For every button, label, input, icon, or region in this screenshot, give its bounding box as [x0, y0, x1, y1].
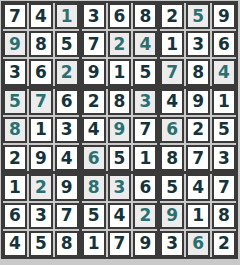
cell-r8c7[interactable]: 9	[160, 203, 184, 229]
cell-r9c1[interactable]: 4	[3, 231, 27, 257]
box-9: 547918362	[160, 174, 236, 257]
cell-r1c9[interactable]: 9	[212, 3, 236, 29]
cell-r7c7[interactable]: 5	[160, 174, 184, 200]
cell-r5c9[interactable]: 5	[212, 117, 236, 143]
cell-r3c9[interactable]: 4	[212, 59, 236, 85]
cell-r7c3[interactable]: 9	[55, 174, 79, 200]
cell-r6c8[interactable]: 7	[186, 145, 210, 171]
cell-r8c8[interactable]: 1	[186, 203, 210, 229]
cell-r6c7[interactable]: 8	[160, 145, 184, 171]
cell-r8c9[interactable]: 8	[212, 203, 236, 229]
cell-r6c3[interactable]: 4	[55, 145, 79, 171]
cell-r3c7[interactable]: 7	[160, 59, 184, 85]
cell-r6c1[interactable]: 2	[3, 145, 27, 171]
box-5: 283497651	[82, 89, 158, 172]
cell-r1c7[interactable]: 2	[160, 3, 184, 29]
cell-r4c4[interactable]: 2	[82, 89, 106, 115]
cell-r1c5[interactable]: 6	[108, 3, 132, 29]
cell-r9c6[interactable]: 9	[133, 231, 157, 257]
cell-r2c7[interactable]: 1	[160, 31, 184, 57]
cell-r2c4[interactable]: 7	[82, 31, 106, 57]
cell-r8c4[interactable]: 5	[82, 203, 106, 229]
cell-r6c6[interactable]: 1	[133, 145, 157, 171]
cell-r5c1[interactable]: 8	[3, 117, 27, 143]
cell-r3c2[interactable]: 6	[29, 59, 53, 85]
sudoku-board: 7419853623687249152591367845768132942834…	[1, 1, 238, 259]
cell-r3c6[interactable]: 5	[133, 59, 157, 85]
cell-r3c1[interactable]: 3	[3, 59, 27, 85]
cell-r4c6[interactable]: 3	[133, 89, 157, 115]
cell-r4c2[interactable]: 7	[29, 89, 53, 115]
cell-r6c2[interactable]: 9	[29, 145, 53, 171]
cell-r7c8[interactable]: 4	[186, 174, 210, 200]
cell-r7c6[interactable]: 6	[133, 174, 157, 200]
cell-r9c5[interactable]: 7	[108, 231, 132, 257]
cell-r9c3[interactable]: 8	[55, 231, 79, 257]
cell-r9c4[interactable]: 1	[82, 231, 106, 257]
cell-r2c2[interactable]: 8	[29, 31, 53, 57]
box-2: 368724915	[82, 3, 158, 86]
cell-r1c1[interactable]: 7	[3, 3, 27, 29]
cell-r9c7[interactable]: 3	[160, 231, 184, 257]
cell-r2c8[interactable]: 3	[186, 31, 210, 57]
cell-r3c4[interactable]: 9	[82, 59, 106, 85]
cell-r9c8[interactable]: 6	[186, 231, 210, 257]
cell-r7c2[interactable]: 2	[29, 174, 53, 200]
cell-r3c8[interactable]: 8	[186, 59, 210, 85]
box-4: 576813294	[3, 89, 79, 172]
cell-r8c3[interactable]: 7	[55, 203, 79, 229]
cell-r2c5[interactable]: 2	[108, 31, 132, 57]
cell-r6c9[interactable]: 3	[212, 145, 236, 171]
cell-r5c3[interactable]: 3	[55, 117, 79, 143]
cell-r6c5[interactable]: 5	[108, 145, 132, 171]
cell-r4c7[interactable]: 4	[160, 89, 184, 115]
cell-r7c5[interactable]: 3	[108, 174, 132, 200]
cell-r7c4[interactable]: 8	[82, 174, 106, 200]
box-7: 129637458	[3, 174, 79, 257]
cell-r2c1[interactable]: 9	[3, 31, 27, 57]
cell-r4c5[interactable]: 8	[108, 89, 132, 115]
cell-r5c5[interactable]: 9	[108, 117, 132, 143]
cell-r4c3[interactable]: 6	[55, 89, 79, 115]
cell-r4c8[interactable]: 9	[186, 89, 210, 115]
cell-r2c9[interactable]: 6	[212, 31, 236, 57]
cell-r7c9[interactable]: 7	[212, 174, 236, 200]
box-3: 259136784	[160, 3, 236, 86]
cell-r8c2[interactable]: 3	[29, 203, 53, 229]
cell-r5c8[interactable]: 2	[186, 117, 210, 143]
cell-r2c3[interactable]: 5	[55, 31, 79, 57]
cell-r9c2[interactable]: 5	[29, 231, 53, 257]
cell-r4c9[interactable]: 1	[212, 89, 236, 115]
box-1: 741985362	[3, 3, 79, 86]
cell-r4c1[interactable]: 5	[3, 89, 27, 115]
cell-r8c6[interactable]: 2	[133, 203, 157, 229]
sudoku-page: 7419853623687249152591367845768132942834…	[0, 0, 240, 265]
cell-r7c1[interactable]: 1	[3, 174, 27, 200]
box-8: 836542179	[82, 174, 158, 257]
box-6: 491625873	[160, 89, 236, 172]
cell-r1c3[interactable]: 1	[55, 3, 79, 29]
cell-r3c3[interactable]: 2	[55, 59, 79, 85]
cell-r1c2[interactable]: 4	[29, 3, 53, 29]
cell-r5c7[interactable]: 6	[160, 117, 184, 143]
cell-r5c6[interactable]: 7	[133, 117, 157, 143]
cell-r3c5[interactable]: 1	[108, 59, 132, 85]
cell-r1c8[interactable]: 5	[186, 3, 210, 29]
cell-r8c5[interactable]: 4	[108, 203, 132, 229]
cell-r1c6[interactable]: 8	[133, 3, 157, 29]
cell-r2c6[interactable]: 4	[133, 31, 157, 57]
cell-r5c2[interactable]: 1	[29, 117, 53, 143]
cell-r8c1[interactable]: 6	[3, 203, 27, 229]
cell-r6c4[interactable]: 6	[82, 145, 106, 171]
cell-r5c4[interactable]: 4	[82, 117, 106, 143]
cell-r9c9[interactable]: 2	[212, 231, 236, 257]
cell-r1c4[interactable]: 3	[82, 3, 106, 29]
